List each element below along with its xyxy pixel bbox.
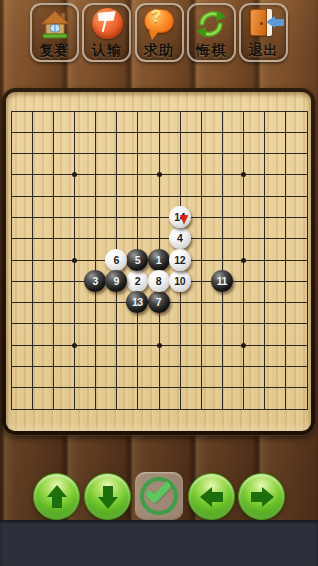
stone-number: 3 (92, 275, 97, 287)
stone-number: 5 (135, 254, 140, 266)
app-screen: 复赛 认输 ? 求助 (0, 0, 318, 566)
stone-12: 12 (169, 249, 191, 271)
stone-14: 14 (169, 206, 191, 228)
stone-8: 8 (148, 270, 170, 292)
help-label: 求助 (144, 42, 174, 59)
right-arrow-icon (250, 487, 274, 507)
grid-line-v (222, 111, 223, 410)
move-left-button[interactable] (188, 473, 235, 520)
grid-line-v (307, 111, 308, 410)
grid-line-h (11, 323, 308, 324)
down-arrow-icon (98, 485, 118, 509)
stone-number: 6 (114, 254, 119, 266)
confirm-move-button[interactable] (135, 472, 183, 520)
star-point (241, 343, 246, 348)
grid-line-v (285, 111, 286, 410)
stone-number: 1 (156, 254, 161, 266)
board-grid[interactable]: 1234567891011121314 (11, 111, 308, 410)
stone-number: 13 (132, 296, 143, 308)
stone-number: 8 (156, 275, 161, 287)
white-flag-icon (89, 6, 125, 42)
rematch-label: 复赛 (40, 42, 70, 59)
last-move-marker (180, 215, 188, 224)
star-point (241, 258, 246, 263)
stone-number: 12 (174, 254, 185, 266)
star-point (72, 258, 77, 263)
star-point (72, 343, 77, 348)
undo-arrows-icon (193, 6, 229, 42)
stone-number: 9 (114, 275, 119, 287)
resign-button[interactable]: 认输 (82, 3, 131, 62)
bottom-toolbar (0, 472, 318, 520)
grid-line-v (264, 111, 265, 410)
stone-number: 2 (135, 275, 140, 287)
stone-1: 1 (148, 249, 170, 271)
move-down-button[interactable] (84, 473, 131, 520)
star-point (157, 172, 162, 177)
help-button[interactable]: ? 求助 (135, 3, 184, 62)
grid-line-h (11, 409, 308, 410)
left-arrow-icon (200, 487, 224, 507)
exit-label: 退出 (249, 42, 279, 59)
board-panel: 1234567891011121314 (2, 88, 315, 435)
up-arrow-icon (47, 485, 67, 509)
star-point (241, 172, 246, 177)
move-right-button[interactable] (238, 473, 285, 520)
top-toolbar: 复赛 认输 ? 求助 (30, 3, 288, 62)
star-point (72, 172, 77, 177)
grid-line-h (11, 387, 308, 388)
grid-line-h (11, 366, 308, 367)
rematch-button[interactable]: 复赛 (30, 3, 79, 62)
move-up-button[interactable] (33, 473, 80, 520)
star-point (157, 343, 162, 348)
stone-10: 10 (169, 270, 191, 292)
stone-13: 13 (126, 291, 148, 313)
stone-6: 6 (105, 249, 127, 271)
stone-4: 4 (169, 227, 191, 249)
stone-3: 3 (84, 270, 106, 292)
undo-button[interactable]: 悔棋 (187, 3, 236, 62)
stone-number: 4 (177, 232, 182, 244)
stone-number: 11 (217, 275, 227, 287)
resign-label: 认输 (92, 42, 122, 59)
stone-7: 7 (148, 291, 170, 313)
stone-5: 5 (126, 249, 148, 271)
help-bubble-icon: ? (141, 6, 177, 42)
stone-9: 9 (105, 270, 127, 292)
exit-door-icon (246, 6, 282, 42)
stone-2: 2 (126, 270, 148, 292)
exit-button[interactable]: 退出 (239, 3, 288, 62)
undo-label: 悔棋 (196, 42, 226, 59)
stone-number: 10 (174, 275, 185, 287)
stone-11: 11 (211, 270, 233, 292)
stone-number: 7 (156, 296, 161, 308)
grid-line-v (201, 111, 202, 410)
home-icon (37, 6, 73, 42)
bottom-bar (0, 520, 318, 566)
